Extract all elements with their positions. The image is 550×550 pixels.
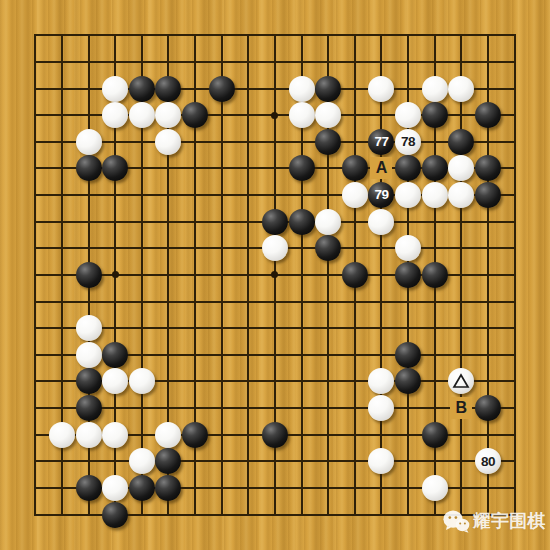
white-stone[interactable] [448, 76, 474, 102]
black-stone[interactable] [102, 342, 128, 368]
grid-line-vertical [380, 34, 382, 515]
black-stone[interactable] [129, 76, 155, 102]
black-stone[interactable] [315, 76, 341, 102]
black-stone[interactable] [395, 262, 421, 288]
black-stone[interactable] [76, 155, 102, 181]
white-stone[interactable] [422, 76, 448, 102]
white-stone[interactable] [102, 76, 128, 102]
black-stone[interactable] [422, 102, 448, 128]
white-stone[interactable] [76, 315, 102, 341]
white-stone[interactable] [76, 342, 102, 368]
white-stone[interactable] [76, 129, 102, 155]
white-stone[interactable] [289, 102, 315, 128]
black-stone[interactable] [475, 182, 501, 208]
grid-line-horizontal [34, 327, 515, 329]
grid-line-horizontal [34, 407, 515, 409]
black-stone[interactable] [76, 368, 102, 394]
black-stone[interactable] [76, 395, 102, 421]
grid-line-horizontal [34, 460, 515, 462]
black-stone[interactable] [155, 76, 181, 102]
move-number-80: 80 [475, 448, 501, 474]
black-stone[interactable] [315, 129, 341, 155]
white-stone[interactable] [422, 475, 448, 501]
watermark: 耀宇围棋 [443, 509, 545, 533]
black-stone[interactable] [448, 129, 474, 155]
black-stone[interactable] [76, 475, 102, 501]
white-stone[interactable] [102, 422, 128, 448]
white-stone[interactable] [289, 76, 315, 102]
label-B[interactable]: B [450, 397, 472, 419]
white-stone[interactable] [315, 209, 341, 235]
black-stone[interactable] [129, 475, 155, 501]
black-stone[interactable] [209, 76, 235, 102]
black-stone[interactable] [289, 209, 315, 235]
white-stone[interactable] [76, 422, 102, 448]
white-stone[interactable] [129, 102, 155, 128]
move-number-78: 78 [395, 129, 421, 155]
grid-line-horizontal [34, 301, 515, 303]
black-stone[interactable] [475, 395, 501, 421]
black-stone[interactable] [342, 262, 368, 288]
go-diagram: 77787980AB 耀宇围棋 [0, 0, 550, 550]
black-stone[interactable] [422, 422, 448, 448]
black-stone[interactable] [262, 422, 288, 448]
black-stone[interactable] [182, 422, 208, 448]
white-stone[interactable] [368, 76, 394, 102]
white-stone[interactable] [102, 475, 128, 501]
white-stone[interactable] [395, 182, 421, 208]
grid-line-vertical [460, 34, 462, 515]
black-stone[interactable] [262, 209, 288, 235]
wechat-icon [443, 510, 470, 533]
black-stone[interactable] [102, 502, 128, 528]
move-number-79: 79 [368, 182, 394, 208]
black-stone[interactable] [289, 155, 315, 181]
grid-line-vertical [514, 34, 516, 515]
white-stone[interactable] [342, 182, 368, 208]
triangle-marker [448, 368, 474, 394]
label-A[interactable]: A [370, 157, 392, 179]
white-stone[interactable] [129, 448, 155, 474]
black-stone[interactable] [76, 262, 102, 288]
watermark-text: 耀宇围棋 [473, 509, 545, 533]
white-stone[interactable] [422, 182, 448, 208]
black-stone[interactable] [395, 342, 421, 368]
black-stone[interactable] [475, 102, 501, 128]
black-stone[interactable] [422, 262, 448, 288]
white-stone[interactable] [49, 422, 75, 448]
move-number-77: 77 [368, 129, 394, 155]
